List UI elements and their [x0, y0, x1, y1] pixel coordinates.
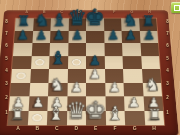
- piece-black-knight-g8[interactable]: ♞: [123, 12, 138, 28]
- piece-white-pawn-d3[interactable]: ♟: [71, 81, 83, 94]
- piece-black-pawn-d7[interactable]: ♟: [71, 28, 82, 41]
- cell-f7: ♟: [104, 31, 122, 43]
- piece-black-pawn-a7[interactable]: ♟: [17, 28, 28, 41]
- piece-white-bishop-c1[interactable]: ♝: [48, 104, 65, 123]
- piece-white-pawn-g2[interactable]: ♟: [128, 95, 140, 109]
- cell-d7: ♟: [68, 31, 86, 43]
- fullscreen-button[interactable]: [171, 2, 180, 13]
- pieces-layer: ♜♝♛♚♝♜♟♟♟♟♟♞♟♟♞♟♝♟♟♟♟♟♟♟♟♜♞♝♛♚♞♜: [8, 19, 165, 126]
- cell-f1: ♝: [105, 111, 125, 126]
- cell-c5: ♝: [49, 56, 68, 69]
- piece-white-queen-d1[interactable]: ♛: [66, 100, 87, 123]
- piece-black-bishop-c5[interactable]: ♝: [50, 49, 66, 67]
- cell-c1: ♝: [47, 111, 67, 126]
- cell-f3: ♟: [105, 82, 124, 96]
- piece-white-pawn-e4[interactable]: ♟: [89, 67, 101, 80]
- piece-white-knight-c3[interactable]: ♞: [50, 77, 66, 94]
- cell-a1: ♜: [8, 111, 28, 126]
- cell-a7: ♟: [14, 31, 33, 43]
- piece-white-rook-h1[interactable]: ♜: [147, 107, 161, 123]
- piece-white-bishop-f1[interactable]: ♝: [107, 104, 124, 123]
- cell-c7: ♟: [50, 31, 68, 43]
- cell-h7: ♟: [139, 31, 158, 43]
- cell-d3: ♟: [67, 82, 86, 96]
- piece-black-pawn-b7[interactable]: ♟: [35, 28, 46, 41]
- piece-black-knight-b8[interactable]: ♞: [34, 12, 49, 28]
- board-3d: ♜♝♛♚♝♜♟♟♟♟♟♞♟♟♞♟♝♟♟♟♟♟♟♟♟♜♞♝♛♚♞♜: [0, 10, 179, 135]
- piece-black-pawn-c7[interactable]: ♟: [53, 28, 64, 41]
- cell-h1: ♜: [144, 111, 164, 126]
- chess-3d-scene: ♜♝♛♚♝♜♟♟♟♟♟♞♟♟♞♟♝♟♟♟♟♟♟♟♟♜♞♝♛♚♞♜ AABBCCD…: [0, 0, 180, 135]
- cell-e4: ♟: [86, 69, 105, 82]
- fullscreen-icon: [174, 5, 180, 11]
- piece-white-pawn-f3[interactable]: ♟: [108, 81, 120, 94]
- cell-g7: ♟: [122, 31, 140, 43]
- cell-d1: ♛: [66, 111, 86, 126]
- cell-e8: ♚: [86, 19, 104, 31]
- piece-white-king-e1[interactable]: ♚: [85, 99, 107, 123]
- piece-black-pawn-e5[interactable]: ♟: [89, 54, 101, 67]
- piece-white-knight-h3[interactable]: ♞: [145, 77, 161, 94]
- piece-black-king-e8[interactable]: ♚: [85, 7, 105, 29]
- piece-black-pawn-h7[interactable]: ♟: [143, 28, 154, 41]
- piece-black-pawn-g7[interactable]: ♟: [125, 28, 136, 41]
- cell-e1: ♚: [86, 111, 106, 126]
- piece-black-pawn-f7[interactable]: ♟: [107, 28, 118, 41]
- piece-black-bishop-c8[interactable]: ♝: [52, 11, 67, 28]
- piece-white-pawn-b2[interactable]: ♟: [32, 95, 44, 109]
- cell-b7: ♟: [32, 31, 50, 43]
- piece-white-rook-a1[interactable]: ♜: [11, 107, 25, 123]
